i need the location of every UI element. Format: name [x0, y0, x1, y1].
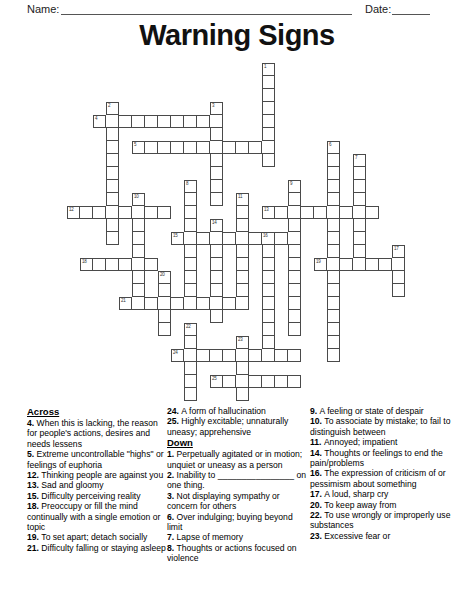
clue-across-18: 18. Preoccupy or fill the mind continual… — [27, 501, 167, 532]
grid-cell-6-8[interactable] — [171, 141, 184, 154]
grid-cell-4-11[interactable] — [210, 115, 223, 128]
grid-cell-16-15[interactable] — [262, 271, 275, 284]
grid-cell-6-5[interactable]: 5 — [132, 141, 145, 154]
grid-cell-4-3[interactable] — [106, 115, 119, 128]
grid-cell-18-20[interactable] — [327, 297, 340, 310]
grid-cell-10-9[interactable] — [184, 193, 197, 206]
grid-cell-18-15[interactable] — [262, 297, 275, 310]
grid-cell-6-20[interactable]: 6 — [327, 141, 340, 154]
grid-cell-11-9[interactable] — [184, 206, 197, 219]
grid-cell-15-19[interactable]: 19 — [314, 258, 327, 271]
grid-cell-17-15[interactable] — [262, 284, 275, 297]
grid-cell-4-5[interactable] — [132, 115, 145, 128]
grid-cell-15-17[interactable] — [288, 258, 301, 271]
clue-down-3: 3. Not displaying sympathy or concern fo… — [167, 491, 310, 512]
grid-cell-13-8[interactable]: 15 — [171, 232, 184, 245]
grid-cell-19-15[interactable] — [262, 310, 275, 323]
grid-cell-10-22[interactable] — [353, 193, 366, 206]
grid-cell-15-15[interactable] — [262, 258, 275, 271]
cell-number: 23 — [238, 337, 243, 342]
cell-number: 25 — [212, 376, 217, 381]
clue-down-22: 22. To use wrongly or improperly use sub… — [310, 510, 470, 531]
clue-down-7: 7. Lapse of memory — [167, 532, 310, 542]
grid-cell-17-25[interactable] — [392, 284, 405, 297]
clue-across-4: 4. When this is lacking, the reason for … — [27, 418, 167, 449]
grid-cell-12-9[interactable] — [184, 219, 197, 232]
grid-cell-16-9[interactable] — [184, 271, 197, 284]
grid-cell-10-17[interactable] — [288, 193, 301, 206]
grid-cell-9-22[interactable] — [353, 180, 366, 193]
grid-cell-23-13[interactable] — [236, 362, 249, 375]
grid-cell-13-5[interactable] — [132, 232, 145, 245]
grid-cell-17-7[interactable] — [158, 284, 171, 297]
clue-across-13: 13. Sad and gloomy — [27, 480, 167, 490]
grid-cell-6-15[interactable] — [262, 141, 275, 154]
clue-down-2: 2. Inability to ________________ on one … — [167, 470, 310, 491]
grid-cell-0-15[interactable]: 1 — [262, 63, 275, 76]
grid-cell-14-20[interactable] — [327, 245, 340, 258]
grid-cell-16-25[interactable] — [392, 271, 405, 284]
grid-cell-17-13[interactable] — [236, 284, 249, 297]
cell-number: 11 — [238, 194, 242, 199]
grid-cell-13-15[interactable]: 16 — [262, 232, 275, 245]
grid-cell-11-7[interactable] — [158, 206, 171, 219]
grid-cell-19-20[interactable] — [327, 310, 340, 323]
cell-number: 3 — [212, 103, 214, 108]
grid-cell-2-15[interactable] — [262, 89, 275, 102]
grid-cell-6-3[interactable] — [106, 141, 119, 154]
clue-down-16: 16. The expression of criticism of or pe… — [310, 468, 470, 489]
across-header: Across — [27, 406, 167, 417]
clue-across-24: 24. A form of hallucination — [167, 406, 310, 416]
grid-cell-8-22[interactable] — [353, 167, 366, 180]
grid-cell-3-15[interactable] — [262, 102, 275, 115]
date-label: Date: — [365, 3, 391, 15]
grid-cell-13-10[interactable] — [197, 232, 210, 245]
grid-cell-22-9[interactable] — [184, 349, 197, 362]
grid-cell-18-8[interactable] — [171, 297, 184, 310]
grid-cell-22-11[interactable] — [210, 349, 223, 362]
grid-cell-17-11[interactable] — [210, 284, 223, 297]
crossword-grid: 1234567891011121314151617181920212223242… — [67, 63, 405, 401]
grid-cell-4-2[interactable]: 4 — [93, 115, 106, 128]
grid-cell-7-3[interactable] — [106, 154, 119, 167]
cell-number: 14 — [212, 220, 217, 225]
grid-cell-20-20[interactable] — [327, 323, 340, 336]
grid-cell-3-11[interactable]: 3 — [210, 102, 223, 115]
crossword-worksheet: Name: Date: Warning Signs 12345678910111… — [0, 0, 474, 613]
grid-cell-10-20[interactable] — [327, 193, 340, 206]
grid-cell-7-15[interactable] — [262, 154, 275, 167]
grid-cell-7-11[interactable] — [210, 154, 223, 167]
grid-cell-13-17[interactable] — [288, 232, 301, 245]
grid-cell-6-9[interactable] — [184, 141, 197, 154]
clue-across-19: 19. To set apart; detach socially — [27, 532, 167, 542]
grid-cell-15-2[interactable] — [93, 258, 106, 271]
grid-cell-10-3[interactable] — [106, 193, 119, 206]
cell-number: 2 — [108, 103, 110, 108]
cell-number: 21 — [121, 298, 126, 303]
clue-down-6: 6. Over indulging; buying beyond limit — [167, 512, 310, 533]
grid-cell-15-5[interactable] — [132, 258, 145, 271]
grid-cell-14-11[interactable] — [210, 245, 223, 258]
grid-cell-14-15[interactable] — [262, 245, 275, 258]
cell-number: 7 — [355, 155, 357, 160]
clue-down-10: 10. To associate by mistake; to fail to … — [310, 416, 470, 437]
grid-cell-22-16[interactable] — [275, 349, 288, 362]
clue-column-middle: 24. A form of hallucination25. Highly ex… — [167, 406, 310, 564]
name-label: Name: — [27, 3, 59, 15]
grid-cell-6-10[interactable] — [197, 141, 210, 154]
grid-cell-24-11[interactable]: 25 — [210, 375, 223, 388]
cell-number: 16 — [263, 233, 268, 238]
cell-number: 9 — [290, 181, 292, 186]
clue-across-5: 5. Extreme uncontrollable "highs" or fee… — [27, 449, 167, 470]
cell-number: 6 — [329, 142, 331, 147]
grid-cell-6-14[interactable] — [249, 141, 262, 154]
grid-cell-11-0[interactable]: 12 — [67, 206, 80, 219]
cell-number: 18 — [82, 259, 87, 264]
grid-cell-11-18[interactable] — [301, 206, 314, 219]
grid-cell-11-15[interactable]: 13 — [262, 206, 275, 219]
grid-cell-24-13[interactable] — [236, 375, 249, 388]
grid-cell-18-5[interactable] — [132, 297, 145, 310]
puzzle-title: Warning Signs — [0, 19, 474, 52]
grid-cell-3-3[interactable]: 2 — [106, 102, 119, 115]
grid-cell-11-21[interactable] — [340, 206, 353, 219]
grid-cell-13-20[interactable] — [327, 232, 340, 245]
grid-cell-15-9[interactable] — [184, 258, 197, 271]
grid-cell-19-7[interactable] — [158, 310, 171, 323]
cell-number: 17 — [394, 246, 399, 251]
clue-down-8: 8. Thoughts or actions focused on violen… — [167, 543, 310, 564]
grid-cell-11-2[interactable] — [93, 206, 106, 219]
grid-cell-16-7[interactable]: 20 — [158, 271, 171, 284]
grid-cell-22-10[interactable] — [197, 349, 210, 362]
grid-cell-16-17[interactable] — [288, 271, 301, 284]
grid-cell-11-3[interactable] — [106, 206, 119, 219]
grid-cell-13-9[interactable] — [184, 232, 197, 245]
grid-cell-9-3[interactable] — [106, 180, 119, 193]
clue-across-12: 12. Thinking people are against you — [27, 470, 167, 480]
grid-cell-6-7[interactable] — [158, 141, 171, 154]
grid-cell-11-19[interactable] — [314, 206, 327, 219]
grid-cell-24-12[interactable] — [223, 375, 236, 388]
grid-cell-21-20[interactable] — [327, 336, 340, 349]
clue-down-11: 11. Annoyed; impatient — [310, 437, 470, 447]
grid-cell-12-3[interactable] — [106, 219, 119, 232]
grid-cell-7-20[interactable] — [327, 154, 340, 167]
grid-cell-22-12[interactable] — [223, 349, 236, 362]
grid-cell-5-15[interactable] — [262, 128, 275, 141]
date-blank-line — [392, 3, 430, 15]
clue-down-23: 23. Excessive fear or — [310, 531, 470, 541]
grid-cell-22-15[interactable] — [262, 349, 275, 362]
grid-cell-14-22[interactable] — [353, 245, 366, 258]
grid-cell-1-15[interactable] — [262, 76, 275, 89]
grid-cell-22-20[interactable] — [327, 349, 340, 362]
grid-cell-25-9[interactable] — [184, 388, 197, 401]
grid-cell-11-22[interactable] — [353, 206, 366, 219]
grid-cell-24-14[interactable] — [249, 375, 262, 388]
grid-cell-13-13[interactable] — [236, 232, 249, 245]
grid-cell-11-23[interactable] — [366, 206, 379, 219]
grid-cell-16-13[interactable] — [236, 271, 249, 284]
grid-cell-18-17[interactable] — [288, 297, 301, 310]
grid-cell-17-5[interactable] — [132, 284, 145, 297]
clue-column-across: Across4. When this is lacking, the reaso… — [27, 406, 167, 553]
clue-down-20: 20. To keep away from — [310, 500, 470, 510]
grid-cell-24-16[interactable] — [275, 375, 288, 388]
grid-cell-12-22[interactable] — [353, 219, 366, 232]
grid-cell-16-11[interactable] — [210, 271, 223, 284]
grid-cell-9-17[interactable]: 9 — [288, 180, 301, 193]
grid-cell-18-10[interactable] — [197, 297, 210, 310]
grid-cell-20-17[interactable] — [288, 323, 301, 336]
grid-cell-9-20[interactable] — [327, 180, 340, 193]
grid-cell-12-5[interactable] — [132, 219, 145, 232]
cell-number: 10 — [134, 194, 139, 199]
grid-cell-5-11[interactable] — [210, 128, 223, 141]
grid-cell-16-5[interactable] — [132, 271, 145, 284]
grid-cell-18-12[interactable] — [223, 297, 236, 310]
grid-cell-20-7[interactable] — [158, 323, 171, 336]
cell-number: 24 — [173, 350, 178, 355]
clue-down-9: 9. A feeling or state of despair — [310, 406, 470, 416]
grid-cell-6-6[interactable] — [145, 141, 158, 154]
grid-cell-22-17[interactable] — [288, 349, 301, 362]
grid-cell-12-11[interactable]: 14 — [210, 219, 223, 232]
grid-cell-5-3[interactable] — [106, 128, 119, 141]
clue-column-down: 9. A feeling or state of despair10. To a… — [310, 406, 470, 541]
grid-cell-15-13[interactable] — [236, 258, 249, 271]
cell-number: 15 — [173, 233, 178, 238]
clue-down-1: 1. Perpetually agitated or in motion; un… — [167, 449, 310, 470]
grid-cell-17-17[interactable] — [288, 284, 301, 297]
cell-number: 4 — [95, 116, 97, 121]
grid-cell-18-9[interactable] — [184, 297, 197, 310]
grid-cell-8-3[interactable] — [106, 167, 119, 180]
name-blank-line — [61, 3, 352, 15]
cell-number: 5 — [134, 142, 136, 147]
grid-cell-14-9[interactable] — [184, 245, 197, 258]
grid-cell-15-25[interactable] — [392, 258, 405, 271]
grid-cell-10-11[interactable] — [210, 193, 223, 206]
grid-cell-21-15[interactable] — [262, 336, 275, 349]
grid-cell-13-14[interactable] — [249, 232, 262, 245]
grid-cell-9-9[interactable]: 8 — [184, 180, 197, 193]
grid-cell-15-21[interactable] — [340, 258, 353, 271]
grid-cell-11-20[interactable] — [327, 206, 340, 219]
grid-cell-14-17[interactable] — [288, 245, 301, 258]
cell-number: 12 — [69, 207, 74, 212]
clue-across-15: 15. Difficulty perceiving reality — [27, 491, 167, 501]
grid-cell-12-17[interactable] — [288, 219, 301, 232]
grid-cell-11-5[interactable] — [132, 206, 145, 219]
grid-cell-15-3[interactable] — [106, 258, 119, 271]
grid-cell-4-7[interactable] — [158, 115, 171, 128]
grid-cell-11-4[interactable] — [119, 206, 132, 219]
grid-cell-4-15[interactable] — [262, 115, 275, 128]
grid-cell-15-6[interactable] — [145, 258, 158, 271]
grid-cell-23-9[interactable] — [184, 362, 197, 375]
grid-cell-25-13[interactable] — [236, 388, 249, 401]
grid-cell-4-8[interactable] — [171, 115, 184, 128]
grid-cell-12-13[interactable] — [236, 219, 249, 232]
cell-number: 19 — [316, 259, 321, 264]
down-header: Down — [167, 437, 310, 448]
grid-cell-13-22[interactable] — [353, 232, 366, 245]
grid-cell-18-6[interactable] — [145, 297, 158, 310]
grid-cell-22-14[interactable] — [249, 349, 262, 362]
grid-cell-8-11[interactable] — [210, 167, 223, 180]
clue-across-25: 25. Highly excitable; unnaturally uneasy… — [167, 416, 310, 437]
clue-down-14: 14. Thoughts or feelings to end the pain… — [310, 448, 470, 469]
grid-cell-18-4[interactable]: 21 — [119, 297, 132, 310]
grid-cell-18-11[interactable] — [210, 297, 223, 310]
grid-cell-15-11[interactable] — [210, 258, 223, 271]
grid-cell-6-11[interactable] — [210, 141, 223, 154]
grid-cell-11-16[interactable] — [275, 206, 288, 219]
cell-number: 20 — [160, 272, 165, 277]
grid-cell-14-5[interactable] — [132, 245, 145, 258]
grid-cell-15-23[interactable] — [366, 258, 379, 271]
grid-cell-17-9[interactable] — [184, 284, 197, 297]
grid-cell-21-9[interactable] — [184, 336, 197, 349]
grid-cell-24-15[interactable] — [262, 375, 275, 388]
grid-cell-22-8[interactable]: 24 — [171, 349, 184, 362]
clue-down-17: 17. A loud, sharp cry — [310, 489, 470, 499]
grid-cell-18-13[interactable] — [236, 297, 249, 310]
cell-number: 22 — [186, 324, 191, 329]
grid-cell-11-17[interactable] — [288, 206, 301, 219]
grid-cell-17-20[interactable] — [327, 284, 340, 297]
grid-cell-15-20[interactable] — [327, 258, 340, 271]
grid-cell-13-12[interactable] — [223, 232, 236, 245]
grid-cell-12-20[interactable] — [327, 219, 340, 232]
grid-cell-13-3[interactable] — [106, 232, 119, 245]
grid-cell-6-12[interactable] — [223, 141, 236, 154]
grid-cell-4-4[interactable] — [119, 115, 132, 128]
cell-number: 8 — [186, 181, 188, 186]
grid-cell-11-6[interactable] — [145, 206, 158, 219]
grid-cell-15-22[interactable] — [353, 258, 366, 271]
grid-cell-18-7[interactable] — [158, 297, 171, 310]
grid-cell-14-13[interactable] — [236, 245, 249, 258]
grid-cell-15-1[interactable]: 18 — [80, 258, 93, 271]
grid-cell-10-5[interactable]: 10 — [132, 193, 145, 206]
grid-cell-8-20[interactable] — [327, 167, 340, 180]
grid-cell-19-11[interactable] — [210, 310, 223, 323]
grid-cell-4-10[interactable] — [197, 115, 210, 128]
grid-cell-4-6[interactable] — [145, 115, 158, 128]
grid-cell-11-1[interactable] — [80, 206, 93, 219]
grid-cell-9-11[interactable] — [210, 180, 223, 193]
clue-across-21: 21. Difficulty falling or staying asleep — [27, 543, 167, 553]
grid-cell-20-9[interactable]: 22 — [184, 323, 197, 336]
grid-cell-11-13[interactable] — [236, 206, 249, 219]
grid-cell-4-9[interactable] — [184, 115, 197, 128]
cell-number: 1 — [264, 64, 266, 69]
grid-cell-24-17[interactable] — [288, 375, 301, 388]
grid-cell-20-15[interactable] — [262, 323, 275, 336]
grid-cell-15-4[interactable] — [119, 258, 132, 271]
grid-cell-13-11[interactable] — [210, 232, 223, 245]
grid-cell-15-24[interactable] — [379, 258, 392, 271]
grid-cell-6-13[interactable] — [236, 141, 249, 154]
grid-cell-21-13[interactable]: 23 — [236, 336, 249, 349]
grid-cell-19-17[interactable] — [288, 310, 301, 323]
grid-cell-14-25[interactable]: 17 — [392, 245, 405, 258]
grid-cell-22-13[interactable] — [236, 349, 249, 362]
grid-cell-24-9[interactable] — [184, 375, 197, 388]
grid-cell-10-13[interactable]: 11 — [236, 193, 249, 206]
cell-number: 13 — [264, 207, 269, 212]
grid-cell-16-20[interactable] — [327, 271, 340, 284]
grid-cell-13-16[interactable] — [275, 232, 288, 245]
grid-cell-7-22[interactable]: 7 — [353, 154, 366, 167]
